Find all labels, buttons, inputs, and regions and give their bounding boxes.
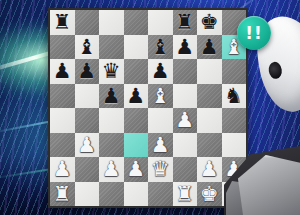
piece-black-pawn[interactable]: ♟ [53,59,72,84]
piece-white-pawn[interactable]: ♟ [77,133,96,158]
piece-white-pawn[interactable]: ♟ [175,108,194,133]
piece-black-pawn[interactable]: ♟ [126,84,145,109]
square-c7[interactable] [99,35,124,60]
square-g8[interactable]: ♚ [197,10,222,35]
square-g2[interactable]: ♟ [197,157,222,182]
robot-eye [268,61,283,80]
square-b2[interactable] [75,157,100,182]
square-a7[interactable] [50,35,75,60]
square-c8[interactable] [99,10,124,35]
game-scene: ♜♜♚♝♝♟♟♝♟♟♛♟♟♟♝♞♟♟♟♟♟♟♛♟♟♜♜♚ !! [0,0,300,215]
square-a8[interactable]: ♜ [50,10,75,35]
square-d8[interactable] [124,10,149,35]
square-a4[interactable] [50,108,75,133]
piece-white-pawn[interactable]: ♟ [200,157,219,182]
piece-black-pawn[interactable]: ♟ [175,35,194,60]
square-h4[interactable] [222,108,247,133]
square-c6[interactable]: ♛ [99,59,124,84]
piece-white-pawn[interactable]: ♟ [126,157,145,182]
piece-black-queen[interactable]: ♛ [102,59,121,84]
square-h3[interactable] [222,133,247,158]
square-d4[interactable] [124,108,149,133]
square-e2[interactable]: ♛ [148,157,173,182]
square-c3[interactable] [99,133,124,158]
square-d5[interactable]: ♟ [124,84,149,109]
square-e3[interactable]: ♟ [148,133,173,158]
square-e8[interactable] [148,10,173,35]
square-a3[interactable] [50,133,75,158]
piece-white-pawn[interactable]: ♟ [53,157,72,182]
square-a2[interactable]: ♟ [50,157,75,182]
piece-white-rook[interactable]: ♜ [53,182,72,207]
square-b4[interactable] [75,108,100,133]
square-b1[interactable] [75,182,100,207]
square-f1[interactable]: ♜ [173,182,198,207]
piece-white-king[interactable]: ♚ [200,182,219,207]
square-c5[interactable]: ♟ [99,84,124,109]
square-f3[interactable] [173,133,198,158]
square-c2[interactable]: ♟ [99,157,124,182]
square-f6[interactable] [173,59,198,84]
chess-board: ♜♜♚♝♝♟♟♝♟♟♛♟♟♟♝♞♟♟♟♟♟♟♛♟♟♜♜♚ [48,8,248,208]
square-b7[interactable]: ♝ [75,35,100,60]
piece-black-pawn[interactable]: ♟ [151,59,170,84]
piece-white-queen[interactable]: ♛ [151,157,170,182]
square-c4[interactable] [99,108,124,133]
piece-black-knight[interactable]: ♞ [224,84,243,109]
square-b5[interactable] [75,84,100,109]
square-f8[interactable]: ♜ [173,10,198,35]
square-e7[interactable]: ♝ [148,35,173,60]
square-f7[interactable]: ♟ [173,35,198,60]
square-d3[interactable] [124,133,149,158]
square-b6[interactable]: ♟ [75,59,100,84]
square-g5[interactable] [197,84,222,109]
piece-black-rook[interactable]: ♜ [53,10,72,35]
square-e1[interactable] [148,182,173,207]
piece-black-bishop[interactable]: ♝ [77,35,96,60]
square-f2[interactable] [173,157,198,182]
square-f5[interactable] [173,84,198,109]
square-g6[interactable] [197,59,222,84]
square-d1[interactable] [124,182,149,207]
square-c1[interactable] [99,182,124,207]
square-h5[interactable]: ♞ [222,84,247,109]
square-d7[interactable] [124,35,149,60]
square-e4[interactable] [148,108,173,133]
square-a5[interactable] [50,84,75,109]
square-a6[interactable]: ♟ [50,59,75,84]
square-d2[interactable]: ♟ [124,157,149,182]
square-a1[interactable]: ♜ [50,182,75,207]
square-e6[interactable]: ♟ [148,59,173,84]
square-h6[interactable] [222,59,247,84]
piece-white-pawn[interactable]: ♟ [102,157,121,182]
brilliant-move-badge: !! [237,16,271,50]
square-d6[interactable] [124,59,149,84]
piece-black-pawn[interactable]: ♟ [200,35,219,60]
square-g4[interactable] [197,108,222,133]
square-g1[interactable]: ♚ [197,182,222,207]
piece-black-king[interactable]: ♚ [200,10,219,35]
piece-white-bishop[interactable]: ♝ [151,84,170,109]
piece-black-bishop[interactable]: ♝ [151,35,170,60]
square-e5[interactable]: ♝ [148,84,173,109]
piece-black-rook[interactable]: ♜ [175,10,194,35]
square-f4[interactable]: ♟ [173,108,198,133]
piece-white-rook[interactable]: ♜ [175,182,194,207]
square-g3[interactable] [197,133,222,158]
piece-white-pawn[interactable]: ♟ [151,133,170,158]
square-b3[interactable]: ♟ [75,133,100,158]
piece-black-pawn[interactable]: ♟ [102,84,121,109]
square-g7[interactable]: ♟ [197,35,222,60]
piece-black-pawn[interactable]: ♟ [77,59,96,84]
square-b8[interactable] [75,10,100,35]
